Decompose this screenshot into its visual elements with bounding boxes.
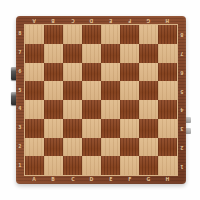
square-d7[interactable] [82, 44, 101, 63]
coord-rank-1-right: 1 [178, 156, 186, 175]
square-f4[interactable] [120, 100, 139, 119]
square-h5[interactable] [158, 81, 177, 100]
coord-rank-7-right: 7 [178, 44, 186, 63]
coord-label: 2 [18, 145, 21, 150]
coord-rank-5-left: 5 [16, 81, 24, 100]
square-e8[interactable] [101, 25, 120, 44]
square-d3[interactable] [82, 119, 101, 138]
square-b3[interactable] [44, 119, 63, 138]
square-d6[interactable] [82, 63, 101, 82]
square-f3[interactable] [120, 119, 139, 138]
coord-file-f-top: F [120, 16, 139, 24]
square-h8[interactable] [158, 25, 177, 44]
square-a7[interactable] [25, 44, 44, 63]
square-d2[interactable] [82, 138, 101, 157]
coord-rank-8-right: 8 [178, 25, 186, 44]
coord-label: 2 [180, 145, 183, 150]
square-c6[interactable] [63, 63, 82, 82]
square-e5[interactable] [101, 81, 120, 100]
coord-rank-2-right: 2 [178, 138, 186, 157]
square-e6[interactable] [101, 63, 120, 82]
coord-file-a-bottom: A [25, 176, 44, 184]
square-h7[interactable] [158, 44, 177, 63]
coord-rank-4-right: 4 [178, 100, 186, 119]
coord-label: 6 [180, 70, 183, 75]
square-f8[interactable] [120, 25, 139, 44]
coord-label: D [90, 178, 94, 183]
square-h1[interactable] [158, 156, 177, 175]
coord-file-b-top: B [44, 16, 63, 24]
coord-label: C [71, 18, 74, 23]
coord-label: 4 [18, 107, 21, 112]
coord-rank-1-left: 1 [16, 156, 24, 175]
rank-labels-left: 87654321 [16, 25, 24, 175]
coord-label: 8 [180, 32, 183, 37]
coord-rank-8-left: 8 [16, 25, 24, 44]
board-grid [24, 24, 178, 176]
coord-label: 5 [18, 88, 21, 93]
coord-label: 5 [180, 88, 183, 93]
square-c7[interactable] [63, 44, 82, 63]
square-d5[interactable] [82, 81, 101, 100]
coord-label: A [33, 178, 37, 183]
coord-file-g-top: G [139, 16, 158, 24]
coord-label: C [71, 178, 74, 183]
square-a5[interactable] [25, 81, 44, 100]
coord-rank-6-left: 6 [16, 63, 24, 82]
coord-label: G [147, 178, 151, 183]
square-e2[interactable] [101, 138, 120, 157]
rank-labels-right: 87654321 [178, 25, 186, 175]
coord-file-e-top: E [101, 16, 120, 24]
square-f6[interactable] [120, 63, 139, 82]
square-b4[interactable] [44, 100, 63, 119]
square-b7[interactable] [44, 44, 63, 63]
coord-file-d-top: D [82, 16, 101, 24]
coord-label: 1 [18, 163, 21, 168]
square-h3[interactable] [158, 119, 177, 138]
coord-label: 3 [18, 126, 21, 131]
coord-label: 7 [180, 51, 183, 56]
square-g1[interactable] [139, 156, 158, 175]
coord-file-f-bottom: F [120, 176, 139, 184]
square-d4[interactable] [82, 100, 101, 119]
square-b8[interactable] [44, 25, 63, 44]
coord-label: 1 [180, 163, 183, 168]
square-h6[interactable] [158, 63, 177, 82]
square-c8[interactable] [63, 25, 82, 44]
square-b5[interactable] [44, 81, 63, 100]
square-c2[interactable] [63, 138, 82, 157]
coord-file-c-top: C [63, 16, 82, 24]
coord-label: B [52, 178, 56, 183]
coord-label: A [33, 18, 37, 23]
square-c5[interactable] [63, 81, 82, 100]
coord-label: G [147, 18, 151, 23]
coord-rank-3-left: 3 [16, 119, 24, 138]
square-g3[interactable] [139, 119, 158, 138]
coord-label: E [109, 178, 112, 183]
coord-label: H [166, 18, 170, 23]
coord-file-a-top: A [25, 16, 44, 24]
coord-file-b-bottom: B [44, 176, 63, 184]
file-labels-top: ABCDEFGH [25, 16, 177, 24]
coord-label: 4 [180, 107, 183, 112]
coord-file-c-bottom: C [63, 176, 82, 184]
coord-rank-4-left: 4 [16, 100, 24, 119]
square-c3[interactable] [63, 119, 82, 138]
square-a3[interactable] [25, 119, 44, 138]
square-e7[interactable] [101, 44, 120, 63]
coord-rank-7-left: 7 [16, 44, 24, 63]
chess-board: ABCDEFGH ABCDEFGH 87654321 87654321 [16, 16, 186, 184]
coord-label: 7 [18, 51, 21, 56]
coord-rank-3-right: 3 [178, 119, 186, 138]
square-g2[interactable] [139, 138, 158, 157]
coord-rank-6-right: 6 [178, 63, 186, 82]
coord-file-g-bottom: G [139, 176, 158, 184]
coord-label: 8 [18, 32, 21, 37]
square-e3[interactable] [101, 119, 120, 138]
square-a2[interactable] [25, 138, 44, 157]
square-b1[interactable] [44, 156, 63, 175]
square-f2[interactable] [120, 138, 139, 157]
square-g7[interactable] [139, 44, 158, 63]
square-a8[interactable] [25, 25, 44, 44]
coord-label: E [109, 18, 112, 23]
square-c1[interactable] [63, 156, 82, 175]
coord-file-d-bottom: D [82, 176, 101, 184]
square-h4[interactable] [158, 100, 177, 119]
square-a1[interactable] [25, 156, 44, 175]
file-labels-bottom: ABCDEFGH [25, 176, 177, 184]
coord-label: 3 [180, 126, 183, 131]
square-d1[interactable] [82, 156, 101, 175]
square-e4[interactable] [101, 100, 120, 119]
square-b2[interactable] [44, 138, 63, 157]
coord-file-h-top: H [158, 16, 177, 24]
coord-label: B [52, 18, 56, 23]
square-a4[interactable] [25, 100, 44, 119]
square-e1[interactable] [101, 156, 120, 175]
coord-label: D [90, 18, 94, 23]
coord-file-e-bottom: E [101, 176, 120, 184]
square-a6[interactable] [25, 63, 44, 82]
square-b6[interactable] [44, 63, 63, 82]
coord-file-h-bottom: H [158, 176, 177, 184]
square-g5[interactable] [139, 81, 158, 100]
square-d8[interactable] [82, 25, 101, 44]
square-f1[interactable] [120, 156, 139, 175]
square-f5[interactable] [120, 81, 139, 100]
square-f7[interactable] [120, 44, 139, 63]
coord-label: F [128, 178, 131, 183]
square-g4[interactable] [139, 100, 158, 119]
coord-rank-5-right: 5 [178, 81, 186, 100]
square-g6[interactable] [139, 63, 158, 82]
square-c4[interactable] [63, 100, 82, 119]
coord-rank-2-left: 2 [16, 138, 24, 157]
square-g8[interactable] [139, 25, 158, 44]
coord-label: F [128, 18, 131, 23]
square-h2[interactable] [158, 138, 177, 157]
coord-label: H [166, 178, 170, 183]
coord-label: 6 [18, 70, 21, 75]
photo-background: ABCDEFGH ABCDEFGH 87654321 87654321 [0, 0, 200, 200]
